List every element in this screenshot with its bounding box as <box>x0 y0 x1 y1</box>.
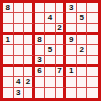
sudoku-cell-r4c6[interactable] <box>56 35 67 45</box>
sudoku-cell-r5c3[interactable] <box>24 45 35 55</box>
sudoku-cell-r4c9[interactable] <box>87 35 98 45</box>
sudoku-cell-r3c9[interactable] <box>87 24 98 35</box>
sudoku-cell-r8c9[interactable] <box>87 77 98 87</box>
sudoku-cell-r6c2[interactable] <box>14 56 25 67</box>
sudoku-cell-r9c3[interactable] <box>24 88 35 98</box>
sudoku-cell-r7c8[interactable] <box>77 67 88 77</box>
sudoku-cell-r4c7[interactable]: 9 <box>66 35 77 45</box>
sudoku-cell-r9c8[interactable] <box>77 88 88 98</box>
sudoku-cell-r3c6[interactable]: 2 <box>56 24 67 35</box>
sudoku-cell-r7c5[interactable] <box>45 67 56 77</box>
sudoku-cell-r8c8[interactable] <box>77 77 88 87</box>
sudoku-cell-r9c6[interactable] <box>56 88 67 98</box>
sudoku-cell-r4c2[interactable] <box>14 35 25 45</box>
sudoku-cell-r8c3[interactable]: 2 <box>24 77 35 87</box>
sudoku-cell-r4c8[interactable] <box>77 35 88 45</box>
sudoku-cell-r5c1[interactable] <box>3 45 14 55</box>
sudoku-cell-r5c7[interactable] <box>66 45 77 55</box>
sudoku-cell-r6c1[interactable] <box>3 56 14 67</box>
sudoku-cell-r7c1[interactable] <box>3 67 14 77</box>
sudoku-cell-r2c1[interactable] <box>3 13 14 23</box>
sudoku-cell-r4c5[interactable] <box>45 35 56 45</box>
sudoku-cell-r1c2[interactable] <box>14 3 25 13</box>
sudoku-cell-r3c4[interactable] <box>35 24 46 35</box>
sudoku-cell-r9c5[interactable] <box>45 88 56 98</box>
sudoku-cell-r9c1[interactable] <box>3 88 14 98</box>
sudoku-cell-r6c5[interactable] <box>45 56 56 67</box>
sudoku-cell-r8c7[interactable] <box>66 77 77 87</box>
sudoku-cell-r6c8[interactable] <box>77 56 88 67</box>
sudoku-cell-r5c2[interactable] <box>14 45 25 55</box>
sudoku-cell-r8c1[interactable] <box>3 77 14 87</box>
sudoku-cell-r9c7[interactable] <box>66 88 77 98</box>
sudoku-cell-r2c3[interactable] <box>24 13 35 23</box>
sudoku-cell-r8c5[interactable] <box>45 77 56 87</box>
sudoku-cell-r5c6[interactable] <box>56 45 67 55</box>
sudoku-cell-r9c9[interactable] <box>87 88 98 98</box>
sudoku-cell-r8c6[interactable] <box>56 77 67 87</box>
sudoku-cell-r1c1[interactable]: 8 <box>3 3 14 13</box>
sudoku-cell-r2c7[interactable] <box>66 13 77 23</box>
sudoku-cell-r7c4[interactable]: 6 <box>35 67 46 77</box>
sudoku-cell-r2c8[interactable]: 5 <box>77 13 88 23</box>
sudoku-cell-r6c7[interactable] <box>66 56 77 67</box>
sudoku-cell-r3c5[interactable] <box>45 24 56 35</box>
sudoku-cell-r6c6[interactable] <box>56 56 67 67</box>
sudoku-cell-r7c9[interactable] <box>87 67 98 77</box>
sudoku-cell-r1c4[interactable] <box>35 3 46 13</box>
sudoku-cell-r8c4[interactable] <box>35 77 46 87</box>
sudoku-cell-r4c4[interactable]: 8 <box>35 35 46 45</box>
sudoku-cell-r2c2[interactable] <box>14 13 25 23</box>
sudoku-cell-r2c4[interactable] <box>35 13 46 23</box>
sudoku-cell-r3c3[interactable] <box>24 24 35 35</box>
sudoku-cell-r3c1[interactable] <box>3 24 14 35</box>
sudoku-cell-r7c6[interactable]: 7 <box>56 67 67 77</box>
sudoku-cell-r1c9[interactable] <box>87 3 98 13</box>
sudoku-cell-r1c7[interactable]: 3 <box>66 3 77 13</box>
sudoku-cell-r3c2[interactable] <box>14 24 25 35</box>
sudoku-cell-r6c4[interactable]: 3 <box>35 56 46 67</box>
sudoku-board: 83452189523671423 <box>0 0 101 101</box>
sudoku-cell-r2c9[interactable] <box>87 13 98 23</box>
sudoku-cell-r2c5[interactable]: 4 <box>45 13 56 23</box>
sudoku-cell-r5c9[interactable] <box>87 45 98 55</box>
sudoku-cell-r9c2[interactable]: 3 <box>14 88 25 98</box>
sudoku-cell-r4c3[interactable] <box>24 35 35 45</box>
sudoku-cell-r8c2[interactable]: 4 <box>14 77 25 87</box>
sudoku-cell-r7c3[interactable] <box>24 67 35 77</box>
sudoku-cell-r3c8[interactable] <box>77 24 88 35</box>
sudoku-cell-r6c9[interactable] <box>87 56 98 67</box>
sudoku-cell-r7c2[interactable] <box>14 67 25 77</box>
sudoku-cell-r5c5[interactable]: 5 <box>45 45 56 55</box>
sudoku-cell-r1c8[interactable] <box>77 3 88 13</box>
sudoku-cell-r1c6[interactable] <box>56 3 67 13</box>
sudoku-cell-r9c4[interactable] <box>35 88 46 98</box>
sudoku-cell-r5c8[interactable]: 2 <box>77 45 88 55</box>
sudoku-cell-r1c5[interactable] <box>45 3 56 13</box>
sudoku-cell-r3c7[interactable] <box>66 24 77 35</box>
sudoku-cell-r1c3[interactable] <box>24 3 35 13</box>
sudoku-cell-r7c7[interactable]: 1 <box>66 67 77 77</box>
sudoku-cell-r6c3[interactable] <box>24 56 35 67</box>
sudoku-cell-r4c1[interactable]: 1 <box>3 35 14 45</box>
